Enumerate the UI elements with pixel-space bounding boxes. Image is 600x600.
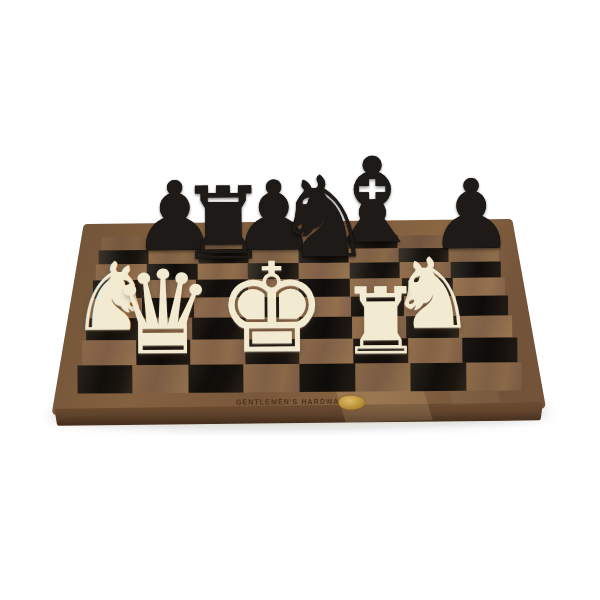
piece-white-rook-f2: ♜: [339, 275, 422, 368]
photo-canvas: GENTLEMEN'S HARDWARE ♟♟♝♟♜♞♞♞♛♚♜: [0, 0, 600, 600]
piece-white-king-d2: ♚: [216, 245, 328, 370]
pieces-layer: ♟♟♝♟♜♞♞♞♛♚♜: [0, 0, 600, 600]
board-stage: GENTLEMEN'S HARDWARE ♟♟♝♟♜♞♞♞♛♚♜: [0, 0, 600, 600]
piece-white-queen-b2: ♛: [111, 254, 216, 371]
